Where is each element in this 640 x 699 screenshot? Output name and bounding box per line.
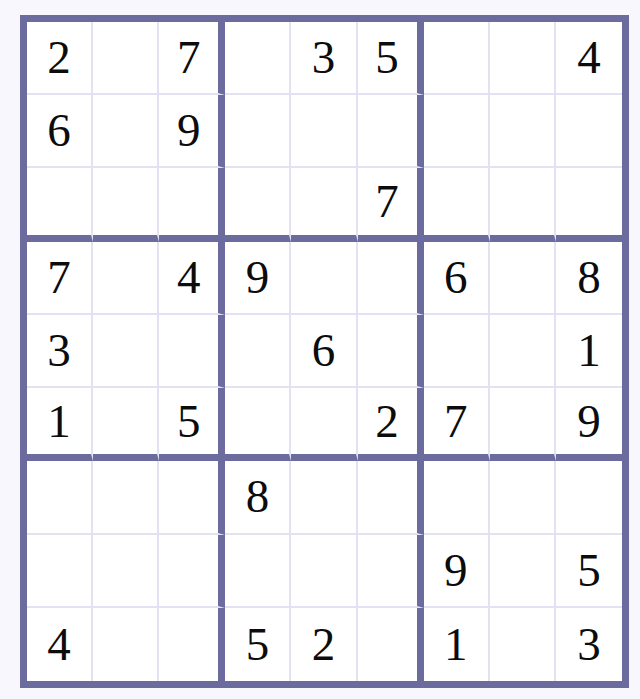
cell-r5c6[interactable] <box>358 315 424 388</box>
cell-r5c7[interactable] <box>424 315 490 388</box>
cell-r4c7[interactable]: 6 <box>424 242 490 315</box>
cell-r2c4[interactable] <box>225 95 291 168</box>
cell-r8c9[interactable]: 5 <box>556 535 622 608</box>
cell-r1c1[interactable]: 2 <box>27 22 93 95</box>
cell-r2c9[interactable] <box>556 95 622 168</box>
cell-r5c5[interactable]: 6 <box>291 315 357 388</box>
cell-r4c1[interactable]: 7 <box>27 242 93 315</box>
cell-r3c5[interactable] <box>291 168 357 241</box>
cell-r5c8[interactable] <box>490 315 556 388</box>
cell-r8c8[interactable] <box>490 535 556 608</box>
cell-r1c8[interactable] <box>490 22 556 95</box>
cell-r7c7[interactable] <box>424 461 490 534</box>
cell-r4c3[interactable]: 4 <box>159 242 225 315</box>
cell-r5c2[interactable] <box>93 315 159 388</box>
cell-r1c5[interactable]: 3 <box>291 22 357 95</box>
cell-r8c5[interactable] <box>291 535 357 608</box>
cell-r7c9[interactable] <box>556 461 622 534</box>
cell-r2c7[interactable] <box>424 95 490 168</box>
cell-r3c1[interactable] <box>27 168 93 241</box>
cell-r1c2[interactable] <box>93 22 159 95</box>
cell-r8c2[interactable] <box>93 535 159 608</box>
cell-r9c9[interactable]: 3 <box>556 608 622 681</box>
cell-r7c1[interactable] <box>27 461 93 534</box>
cell-r6c4[interactable] <box>225 388 291 461</box>
cell-r4c2[interactable] <box>93 242 159 315</box>
cell-r2c2[interactable] <box>93 95 159 168</box>
cell-r3c6[interactable]: 7 <box>358 168 424 241</box>
cell-r6c8[interactable] <box>490 388 556 461</box>
cell-r1c9[interactable]: 4 <box>556 22 622 95</box>
sudoku-board: 27354697749683611527989545213 <box>20 15 629 688</box>
cell-r5c3[interactable] <box>159 315 225 388</box>
cell-r8c6[interactable] <box>358 535 424 608</box>
cell-r7c4[interactable]: 8 <box>225 461 291 534</box>
cell-r8c3[interactable] <box>159 535 225 608</box>
cell-r9c1[interactable]: 4 <box>27 608 93 681</box>
cell-r9c4[interactable]: 5 <box>225 608 291 681</box>
cell-r7c5[interactable] <box>291 461 357 534</box>
cell-r6c2[interactable] <box>93 388 159 461</box>
cell-r1c4[interactable] <box>225 22 291 95</box>
cell-r2c6[interactable] <box>358 95 424 168</box>
cell-r5c1[interactable]: 3 <box>27 315 93 388</box>
cell-r7c8[interactable] <box>490 461 556 534</box>
cell-r3c8[interactable] <box>490 168 556 241</box>
cell-r9c6[interactable] <box>358 608 424 681</box>
cell-r4c8[interactable] <box>490 242 556 315</box>
cell-r6c7[interactable]: 7 <box>424 388 490 461</box>
cell-r9c7[interactable]: 1 <box>424 608 490 681</box>
cell-r3c9[interactable] <box>556 168 622 241</box>
cell-r6c5[interactable] <box>291 388 357 461</box>
cell-r8c7[interactable]: 9 <box>424 535 490 608</box>
cell-r2c5[interactable] <box>291 95 357 168</box>
cell-r8c1[interactable] <box>27 535 93 608</box>
cell-r9c3[interactable] <box>159 608 225 681</box>
cell-r3c2[interactable] <box>93 168 159 241</box>
cell-r1c6[interactable]: 5 <box>358 22 424 95</box>
cell-r4c5[interactable] <box>291 242 357 315</box>
cell-r6c1[interactable]: 1 <box>27 388 93 461</box>
cell-r9c5[interactable]: 2 <box>291 608 357 681</box>
cell-r3c7[interactable] <box>424 168 490 241</box>
cell-r2c3[interactable]: 9 <box>159 95 225 168</box>
cell-r1c7[interactable] <box>424 22 490 95</box>
cell-r9c8[interactable] <box>490 608 556 681</box>
cell-r4c9[interactable]: 8 <box>556 242 622 315</box>
cell-r6c6[interactable]: 2 <box>358 388 424 461</box>
cell-r7c2[interactable] <box>93 461 159 534</box>
cell-r2c1[interactable]: 6 <box>27 95 93 168</box>
cell-r5c4[interactable] <box>225 315 291 388</box>
cell-r5c9[interactable]: 1 <box>556 315 622 388</box>
cell-r6c9[interactable]: 9 <box>556 388 622 461</box>
cell-r9c2[interactable] <box>93 608 159 681</box>
cell-r7c3[interactable] <box>159 461 225 534</box>
cell-r3c3[interactable] <box>159 168 225 241</box>
cell-r8c4[interactable] <box>225 535 291 608</box>
cell-r2c8[interactable] <box>490 95 556 168</box>
cell-r4c6[interactable] <box>358 242 424 315</box>
cell-r4c4[interactable]: 9 <box>225 242 291 315</box>
cell-r7c6[interactable] <box>358 461 424 534</box>
cell-r1c3[interactable]: 7 <box>159 22 225 95</box>
cell-r3c4[interactable] <box>225 168 291 241</box>
cell-r6c3[interactable]: 5 <box>159 388 225 461</box>
